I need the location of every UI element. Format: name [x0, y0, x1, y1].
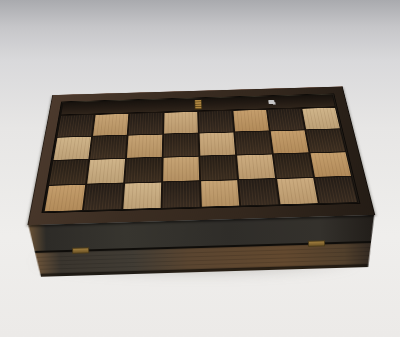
board-square [271, 130, 309, 153]
board-square [315, 177, 357, 203]
board-square [87, 159, 125, 184]
board-square [199, 111, 233, 133]
board-square [164, 134, 199, 157]
board-square [274, 153, 313, 178]
board-square [84, 184, 123, 210]
board-square [58, 115, 94, 137]
board-grid [45, 107, 357, 211]
board-square [235, 131, 272, 154]
board-square [200, 156, 237, 181]
board-square [163, 157, 199, 182]
brass-hinge-icon [307, 240, 324, 247]
brass-hinge-icon [72, 247, 89, 254]
board-square [129, 113, 163, 135]
board-square [123, 183, 161, 209]
board-frame [27, 86, 375, 225]
paint-chip [268, 100, 275, 104]
board-square [163, 181, 200, 207]
board-square [125, 158, 162, 183]
board-square [49, 160, 88, 185]
box-front-face [28, 215, 375, 277]
board-square [90, 136, 126, 159]
board-recess [41, 93, 360, 213]
board-square [268, 109, 304, 131]
board-square [93, 114, 128, 136]
photo-scene [0, 0, 400, 337]
board-square [311, 152, 351, 177]
brass-fold-hinge-icon [195, 100, 201, 109]
board-square [164, 112, 198, 134]
board-square [237, 154, 275, 179]
board-square [200, 132, 236, 155]
board-square [201, 180, 239, 206]
board-square [54, 137, 92, 160]
folding-chessboard-box [21, 77, 378, 277]
board-square [302, 108, 340, 130]
board-square [127, 135, 162, 158]
board-top-perspective [21, 77, 377, 225]
board-square [45, 185, 86, 212]
board-square [277, 178, 318, 204]
board-square [306, 129, 345, 152]
board-square [239, 179, 278, 205]
board-square [233, 110, 268, 132]
